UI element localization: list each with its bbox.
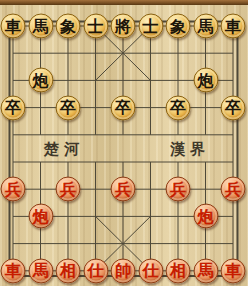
piece-black-horse-b10[interactable]: 馬 <box>28 14 53 39</box>
xiangqi-board: 楚河 漢界 車馬象士將士象馬車炮炮卒卒卒卒卒兵兵兵兵兵炮炮車馬相仕帥仕相馬車 <box>0 0 248 286</box>
piece-red-advisor-f1[interactable]: 仕 <box>138 258 163 283</box>
piece-red-horse-h1[interactable]: 馬 <box>193 258 218 283</box>
piece-red-chariot-a1[interactable]: 車 <box>1 258 26 283</box>
piece-black-soldier-g7[interactable]: 卒 <box>166 95 191 120</box>
river-label-chu: 楚河 <box>44 140 84 159</box>
piece-black-advisor-f10[interactable]: 士 <box>138 14 163 39</box>
piece-red-elephant-c1[interactable]: 相 <box>56 258 81 283</box>
piece-red-cannon-h3[interactable]: 炮 <box>193 204 218 229</box>
piece-red-soldier-g4[interactable]: 兵 <box>166 177 191 202</box>
river-label-han: 漢界 <box>170 140 210 159</box>
piece-red-soldier-i4[interactable]: 兵 <box>221 177 246 202</box>
piece-black-soldier-i7[interactable]: 卒 <box>221 95 246 120</box>
piece-black-soldier-c7[interactable]: 卒 <box>56 95 81 120</box>
piece-red-soldier-a4[interactable]: 兵 <box>1 177 26 202</box>
piece-red-soldier-e4[interactable]: 兵 <box>111 177 136 202</box>
piece-black-cannon-h8[interactable]: 炮 <box>193 68 218 93</box>
piece-black-chariot-i10[interactable]: 車 <box>221 14 246 39</box>
piece-black-cannon-b8[interactable]: 炮 <box>28 68 53 93</box>
piece-black-horse-h10[interactable]: 馬 <box>193 14 218 39</box>
piece-red-elephant-g1[interactable]: 相 <box>166 258 191 283</box>
piece-red-horse-b1[interactable]: 馬 <box>28 258 53 283</box>
piece-red-cannon-b3[interactable]: 炮 <box>28 204 53 229</box>
piece-black-elephant-c10[interactable]: 象 <box>56 14 81 39</box>
piece-black-soldier-a7[interactable]: 卒 <box>1 95 26 120</box>
piece-black-soldier-e7[interactable]: 卒 <box>111 95 136 120</box>
piece-red-chariot-i1[interactable]: 車 <box>221 258 246 283</box>
piece-black-general-e10[interactable]: 將 <box>111 14 136 39</box>
piece-black-advisor-d10[interactable]: 士 <box>83 14 108 39</box>
piece-red-soldier-c4[interactable]: 兵 <box>56 177 81 202</box>
piece-black-elephant-g10[interactable]: 象 <box>166 14 191 39</box>
piece-red-advisor-d1[interactable]: 仕 <box>83 258 108 283</box>
piece-black-chariot-a10[interactable]: 車 <box>1 14 26 39</box>
piece-red-general-e1[interactable]: 帥 <box>111 258 136 283</box>
board-grid <box>0 0 248 286</box>
